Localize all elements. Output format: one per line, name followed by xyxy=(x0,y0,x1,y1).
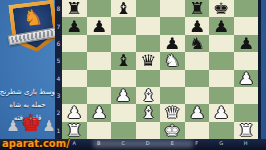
square-a2: ♟ xyxy=(62,104,87,121)
square-f1 xyxy=(185,122,210,139)
square-f2: ♟ xyxy=(185,104,210,121)
square-c3: ♟ xyxy=(111,87,136,104)
black-pawn-b7: ♟ xyxy=(85,17,113,34)
square-e3 xyxy=(160,87,185,104)
caption-line-1: وسط بازی شطرنج xyxy=(0,86,55,99)
square-a6 xyxy=(62,35,87,52)
square-e8 xyxy=(160,0,185,17)
square-e5: ♞ xyxy=(160,52,185,69)
rank-label-5: 5 xyxy=(55,52,62,69)
square-h3 xyxy=(234,87,259,104)
square-h4: ♟ xyxy=(234,70,259,87)
black-pawn-g7: ♟ xyxy=(207,17,235,34)
square-c4 xyxy=(111,70,136,87)
board-right-edge xyxy=(258,0,261,139)
square-d8 xyxy=(136,0,161,17)
white-bishop-d3: ♝ xyxy=(134,87,162,104)
square-b4 xyxy=(87,70,112,87)
white-queen-e2: ♛ xyxy=(158,104,186,121)
gray-pawn-icon: ♟ xyxy=(42,119,55,134)
black-pawn-a7: ♟ xyxy=(60,17,88,34)
square-f5 xyxy=(185,52,210,69)
black-rook-a8: ♜ xyxy=(60,0,88,17)
square-b7: ♟ xyxy=(87,17,112,34)
square-a1: ♜ xyxy=(62,122,87,139)
square-h6: ♟ xyxy=(234,35,259,52)
red-king-icon: ♚ xyxy=(21,112,42,134)
white-pawn-b2: ♟ xyxy=(85,104,113,121)
square-e4 xyxy=(160,70,185,87)
square-e6: ♟ xyxy=(160,35,185,52)
square-b2: ♟ xyxy=(87,104,112,121)
square-d2: ♝ xyxy=(136,104,161,121)
square-h7 xyxy=(234,17,259,34)
white-rook-a1: ♜ xyxy=(60,122,88,139)
square-a8: ♜ xyxy=(62,0,87,17)
square-d4 xyxy=(136,70,161,87)
square-a3 xyxy=(62,87,87,104)
square-f4 xyxy=(185,70,210,87)
square-d1 xyxy=(136,122,161,139)
square-e2: ♛ xyxy=(160,104,185,121)
square-g7: ♟ xyxy=(209,17,234,34)
square-g6 xyxy=(209,35,234,52)
square-e7 xyxy=(160,17,185,34)
square-c7 xyxy=(111,17,136,34)
square-d7 xyxy=(136,17,161,34)
gray-pawn-icon: ♟ xyxy=(6,119,19,134)
square-c5: ♝ xyxy=(111,52,136,69)
square-h2 xyxy=(234,104,259,121)
square-b5 xyxy=(87,52,112,69)
square-c2 xyxy=(111,104,136,121)
channel-logo: ♞ xyxy=(8,0,60,55)
square-a7: ♟ xyxy=(62,17,87,34)
white-pawn-h4: ♟ xyxy=(232,70,260,87)
rank-label-3: 3 xyxy=(55,87,62,104)
square-d5: ♛ xyxy=(136,52,161,69)
watermark-url: aparat.com/ xyxy=(2,138,70,149)
black-king-g8: ♚ xyxy=(207,0,235,17)
square-c8: ♝ xyxy=(111,0,136,17)
square-g2: ♟ xyxy=(209,104,234,121)
video-thumbnail: ♞ وسط بازی شطرنج حمله به شاه قلعه رفته ♟… xyxy=(0,0,266,150)
white-king-e1: ♚ xyxy=(158,122,186,139)
square-b6 xyxy=(87,35,112,52)
blurred-watermark-handle xyxy=(93,140,193,148)
square-f7: ♟ xyxy=(185,17,210,34)
square-b3 xyxy=(87,87,112,104)
black-pawn-e6: ♟ xyxy=(158,35,186,52)
black-pawn-h6: ♟ xyxy=(232,35,260,52)
square-a4 xyxy=(62,70,87,87)
square-a5 xyxy=(62,52,87,69)
white-rook-h1: ♜ xyxy=(232,122,260,139)
square-b1 xyxy=(87,122,112,139)
square-g3 xyxy=(209,87,234,104)
black-bishop-c5: ♝ xyxy=(109,52,137,69)
square-d3: ♝ xyxy=(136,87,161,104)
white-knight-e5: ♞ xyxy=(158,52,186,69)
square-c1 xyxy=(111,122,136,139)
black-knight-f6: ♞ xyxy=(183,35,211,52)
black-bishop-c8: ♝ xyxy=(109,0,137,17)
square-h8 xyxy=(234,0,259,17)
square-h5 xyxy=(234,52,259,69)
square-f8: ♜ xyxy=(185,0,210,17)
square-g1 xyxy=(209,122,234,139)
square-f6: ♞ xyxy=(185,35,210,52)
square-e1: ♚ xyxy=(160,122,185,139)
square-d6 xyxy=(136,35,161,52)
chess-board: 87654321 ♜♝♜♚♟♟♟♟♟♞♟♝♛♞♟♟♝♟♟♝♛♟♟♜♚♜ xyxy=(55,0,261,139)
white-pawn-c3: ♟ xyxy=(109,87,137,104)
square-g5 xyxy=(209,52,234,69)
square-g4 xyxy=(209,70,234,87)
square-h1: ♜ xyxy=(234,122,259,139)
white-pawn-g2: ♟ xyxy=(207,104,235,121)
white-pawn-a2: ♟ xyxy=(60,104,88,121)
square-g8: ♚ xyxy=(209,0,234,17)
board-squares: ♜♝♜♚♟♟♟♟♟♞♟♝♛♞♟♟♝♟♟♝♛♟♟♜♚♜ xyxy=(62,0,258,139)
file-label-h: H xyxy=(234,140,259,146)
rank-label-6: 6 xyxy=(55,35,62,52)
square-f3 xyxy=(185,87,210,104)
square-c6 xyxy=(111,35,136,52)
square-b8 xyxy=(87,0,112,17)
rank-label-4: 4 xyxy=(55,70,62,87)
file-label-g: G xyxy=(209,140,234,146)
pieces-trio-icon: ♟ ♚ ♟ xyxy=(6,112,56,134)
